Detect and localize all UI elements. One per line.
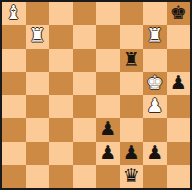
square-b6[interactable] (26, 49, 50, 72)
square-h3[interactable] (167, 118, 191, 141)
square-f4[interactable] (120, 95, 144, 118)
square-h2[interactable] (167, 142, 191, 165)
square-b3[interactable] (26, 118, 50, 141)
square-f2[interactable]: ♟ (120, 142, 144, 165)
square-d6[interactable] (73, 49, 97, 72)
square-h8[interactable]: ♚ (167, 2, 191, 25)
square-a4[interactable] (2, 95, 26, 118)
square-a8[interactable]: ♝ (2, 2, 26, 25)
piece-black-pawn[interactable]: ♟ (99, 119, 116, 138)
piece-black-pawn[interactable]: ♟ (123, 143, 140, 162)
square-b4[interactable] (26, 95, 50, 118)
square-e1[interactable] (96, 165, 120, 188)
square-c8[interactable] (49, 2, 73, 25)
square-c2[interactable] (49, 142, 73, 165)
square-g6[interactable] (143, 49, 167, 72)
square-a1[interactable] (2, 165, 26, 188)
square-d3[interactable] (73, 118, 97, 141)
square-h5[interactable]: ♟ (167, 72, 191, 95)
square-e7[interactable] (96, 25, 120, 48)
square-b8[interactable] (26, 2, 50, 25)
piece-white-king[interactable]: ♚ (146, 73, 163, 92)
piece-black-rook[interactable]: ♜ (123, 50, 140, 69)
square-c1[interactable] (49, 165, 73, 188)
square-c3[interactable] (49, 118, 73, 141)
square-b1[interactable] (26, 165, 50, 188)
square-f7[interactable] (120, 25, 144, 48)
square-f8[interactable] (120, 2, 144, 25)
square-f3[interactable] (120, 118, 144, 141)
square-h4[interactable] (167, 95, 191, 118)
square-g5[interactable]: ♚ (143, 72, 167, 95)
square-e5[interactable] (96, 72, 120, 95)
square-d2[interactable] (73, 142, 97, 165)
square-d1[interactable] (73, 165, 97, 188)
square-h7[interactable] (167, 25, 191, 48)
square-a2[interactable] (2, 142, 26, 165)
square-d8[interactable] (73, 2, 97, 25)
square-d4[interactable] (73, 95, 97, 118)
square-d5[interactable] (73, 72, 97, 95)
piece-black-pawn[interactable]: ♟ (146, 143, 163, 162)
square-f6[interactable]: ♜ (120, 49, 144, 72)
square-a6[interactable] (2, 49, 26, 72)
square-b5[interactable] (26, 72, 50, 95)
piece-black-pawn[interactable]: ♟ (99, 143, 116, 162)
square-h1[interactable] (167, 165, 191, 188)
piece-white-rook[interactable]: ♜ (29, 26, 46, 45)
square-b7[interactable]: ♜ (26, 25, 50, 48)
square-a7[interactable] (2, 25, 26, 48)
square-c6[interactable] (49, 49, 73, 72)
square-c7[interactable] (49, 25, 73, 48)
square-g8[interactable] (143, 2, 167, 25)
square-b2[interactable] (26, 142, 50, 165)
square-a5[interactable] (2, 72, 26, 95)
piece-white-pawn[interactable]: ♟ (146, 96, 163, 115)
square-c4[interactable] (49, 95, 73, 118)
piece-black-pawn[interactable]: ♟ (170, 73, 187, 92)
piece-black-king[interactable]: ♚ (170, 3, 187, 22)
piece-white-bishop[interactable]: ♝ (5, 3, 22, 22)
chess-board: ♝♚♜♜♜♚♟♟♟♟♟♟♛ (0, 0, 192, 190)
square-e3[interactable]: ♟ (96, 118, 120, 141)
square-g3[interactable] (143, 118, 167, 141)
square-h6[interactable] (167, 49, 191, 72)
square-e6[interactable] (96, 49, 120, 72)
square-g7[interactable]: ♜ (143, 25, 167, 48)
square-e8[interactable] (96, 2, 120, 25)
square-f5[interactable] (120, 72, 144, 95)
square-g1[interactable] (143, 165, 167, 188)
piece-black-queen[interactable]: ♛ (123, 166, 140, 185)
square-g4[interactable]: ♟ (143, 95, 167, 118)
square-g2[interactable]: ♟ (143, 142, 167, 165)
square-e2[interactable]: ♟ (96, 142, 120, 165)
square-d7[interactable] (73, 25, 97, 48)
piece-white-rook[interactable]: ♜ (146, 26, 163, 45)
square-e4[interactable] (96, 95, 120, 118)
square-a3[interactable] (2, 118, 26, 141)
square-f1[interactable]: ♛ (120, 165, 144, 188)
square-c5[interactable] (49, 72, 73, 95)
